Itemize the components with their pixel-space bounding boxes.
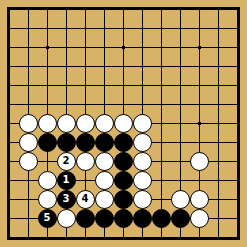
white-stone-numbered: 2: [57, 152, 76, 171]
white-stone: [190, 152, 209, 171]
white-stone: [19, 114, 38, 133]
white-stone: [95, 114, 114, 133]
white-stone: [95, 152, 114, 171]
grid-line-horizontal: [9, 237, 238, 238]
star-point: [46, 46, 49, 49]
black-stone: [57, 133, 76, 152]
white-stone: [95, 190, 114, 209]
white-stone: [38, 171, 57, 190]
white-stone: [190, 190, 209, 209]
black-stone: [133, 209, 152, 228]
white-stone-numbered: 4: [76, 190, 95, 209]
board-frame: 21345: [7, 7, 240, 240]
white-stone: [19, 152, 38, 171]
go-board: 21345: [9, 9, 238, 238]
white-stone: [133, 114, 152, 133]
star-point: [122, 46, 125, 49]
go-diagram: 21345: [0, 0, 247, 247]
black-stone-numbered: 1: [57, 171, 76, 190]
black-stone-numbered: 5: [38, 209, 57, 228]
black-stone: [114, 209, 133, 228]
black-stone: [171, 209, 190, 228]
white-stone: [114, 114, 133, 133]
black-stone: [114, 133, 133, 152]
white-stone: [57, 209, 76, 228]
black-stone: [114, 152, 133, 171]
black-stone: [95, 133, 114, 152]
white-stone: [38, 114, 57, 133]
white-stone: [19, 133, 38, 152]
white-stone: [76, 152, 95, 171]
white-stone: [171, 190, 190, 209]
white-stone: [133, 171, 152, 190]
black-stone: [114, 171, 133, 190]
black-stone-numbered: 3: [57, 190, 76, 209]
grid-line-vertical: [161, 9, 162, 238]
grid-line-vertical: [218, 9, 219, 238]
black-stone: [76, 133, 95, 152]
white-stone: [95, 171, 114, 190]
white-stone: [38, 190, 57, 209]
star-point: [198, 122, 201, 125]
black-stone: [114, 190, 133, 209]
black-stone: [95, 209, 114, 228]
grid-line-vertical: [237, 9, 238, 238]
black-stone: [76, 209, 95, 228]
white-stone: [133, 133, 152, 152]
white-stone: [76, 114, 95, 133]
star-point: [198, 46, 201, 49]
white-stone: [57, 114, 76, 133]
white-stone: [133, 190, 152, 209]
white-stone: [190, 209, 209, 228]
black-stone: [152, 209, 171, 228]
black-stone: [38, 133, 57, 152]
white-stone: [133, 152, 152, 171]
